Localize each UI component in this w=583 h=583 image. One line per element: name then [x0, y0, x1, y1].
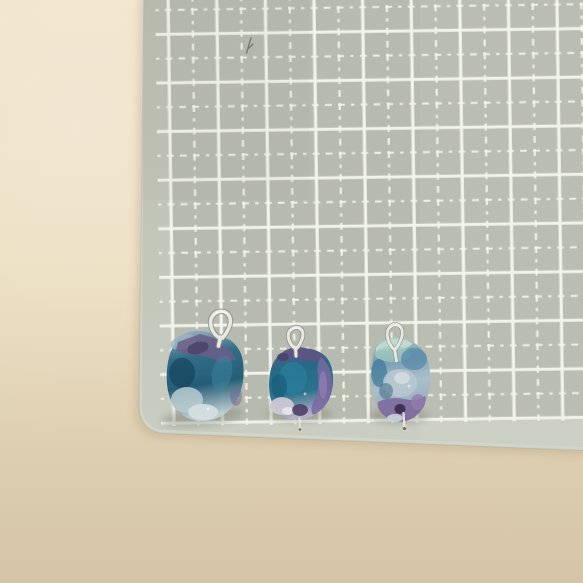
stone-middle-sparkle [304, 393, 307, 396]
stone-middle-teal-deep [271, 374, 287, 398]
pin-right [404, 413, 405, 428]
stone-right-pale-tip [387, 414, 403, 422]
stone-right-blue-patch [401, 348, 427, 370]
stone-middle-mauve-streak [319, 371, 327, 399]
stone-middle-plum-patch [292, 404, 308, 416]
stone-middle-purple-dark [277, 353, 289, 361]
stone-right-sparkle [408, 385, 411, 388]
scene-svg [0, 0, 583, 583]
pin-middle-tip [299, 428, 301, 430]
fluorite-stone-right [371, 337, 430, 422]
stone-right-violet-patch [411, 394, 425, 410]
mat-right-sheen [420, 0, 583, 460]
stone-left-navy-patch [169, 358, 195, 388]
stone-left-purple-hint [230, 386, 242, 406]
photo-scene [0, 0, 583, 583]
stone-left-sparkle [206, 407, 209, 410]
stone-right-milky-bright [394, 372, 410, 384]
pin-right-tip [403, 427, 406, 430]
pin-middle [300, 418, 301, 429]
mat-topleft-shade [139, 0, 309, 200]
stone-right-shade-patch [379, 383, 393, 399]
stone-left-ice-bright [188, 404, 218, 420]
